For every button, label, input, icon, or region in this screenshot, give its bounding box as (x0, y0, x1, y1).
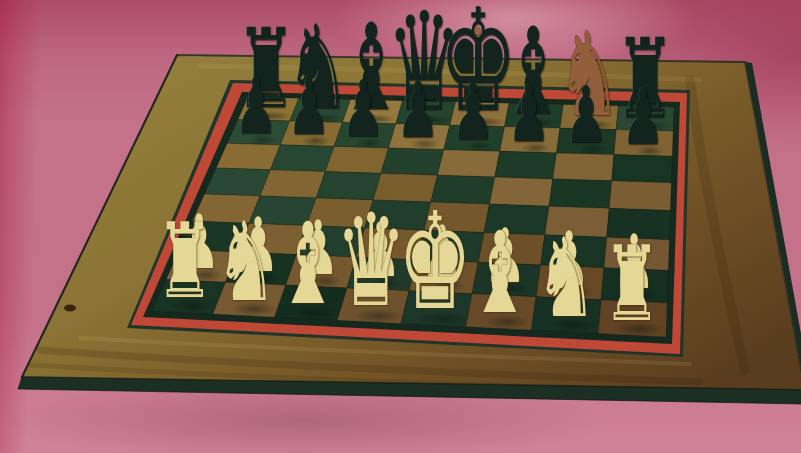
square-b5[interactable] (260, 170, 325, 198)
piece-white-rook-h1[interactable]: ♜ (604, 232, 662, 336)
piece-black-pawn-a7[interactable]: ♟ (234, 67, 277, 145)
piece-white-rook-a1[interactable]: ♜ (156, 210, 214, 314)
piece-black-pawn-f7[interactable]: ♟ (507, 75, 550, 153)
piece-black-pawn-h7[interactable]: ♟ (622, 78, 665, 156)
wood-knot (64, 305, 76, 312)
piece-black-pawn-c7[interactable]: ♟ (341, 70, 384, 148)
piece-white-king-e1[interactable]: ♚ (398, 195, 472, 329)
piece-white-bishop-f1[interactable]: ♝ (468, 217, 531, 330)
square-f5[interactable] (489, 177, 552, 206)
square-a5[interactable] (205, 168, 271, 196)
piece-black-pawn-e7[interactable]: ♟ (451, 73, 494, 151)
piece-white-bishop-c1[interactable]: ♝ (277, 208, 340, 321)
piece-black-pawn-b7[interactable]: ♟ (287, 69, 330, 147)
photo-scene: ♜♞♝♛♚♝♞♜♟♟♟♟♟♟♟♟♟♟♟♟♟♟♟♟♜♞♝♛♚♝♞♜ (0, 0, 801, 453)
piece-white-knight-b1[interactable]: ♞ (216, 207, 277, 317)
square-h5[interactable] (609, 181, 671, 211)
piece-white-queen-d1[interactable]: ♛ (335, 197, 406, 325)
square-g5[interactable] (549, 179, 612, 208)
piece-black-pawn-d7[interactable]: ♟ (396, 72, 439, 150)
piece-black-pawn-g7[interactable]: ♟ (564, 76, 607, 154)
piece-white-knight-g1[interactable]: ♞ (535, 223, 596, 333)
